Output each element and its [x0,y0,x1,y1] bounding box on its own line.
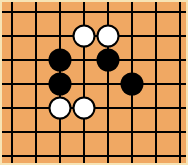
go-board[interactable]: ○○●●●●○○ [2,2,186,163]
white-stone[interactable]: ○ [73,97,96,120]
go-diagram-frame: ○○●●●●○○ [0,0,188,165]
black-stone[interactable]: ● [49,49,72,72]
black-stone[interactable]: ● [121,73,144,96]
black-stone[interactable]: ● [97,49,120,72]
white-stone[interactable]: ○ [49,97,72,120]
white-stone[interactable]: ○ [73,25,96,48]
white-stone[interactable]: ○ [97,25,120,48]
black-stone[interactable]: ● [49,73,72,96]
